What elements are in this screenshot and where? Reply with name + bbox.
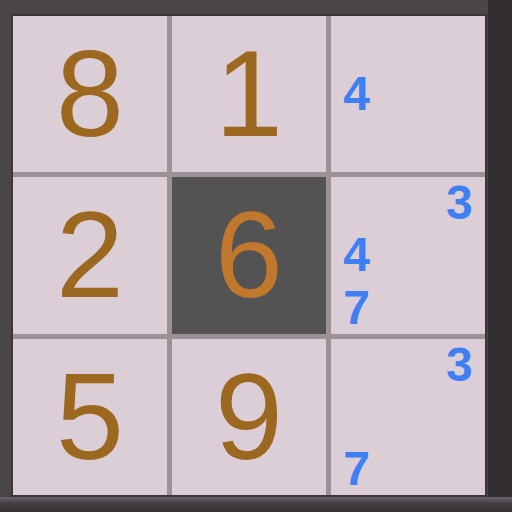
candidate-empty	[331, 16, 382, 68]
candidate-digit: 3	[434, 339, 485, 391]
cell-r2c3[interactable]: 347	[331, 177, 485, 333]
candidate-empty	[434, 120, 485, 172]
candidate-empty	[434, 68, 485, 120]
candidate-digit: 7	[331, 443, 382, 495]
cell-digit: 2	[13, 177, 167, 333]
cell-digit: 8	[13, 16, 167, 172]
candidate-grid: 347	[331, 177, 485, 333]
candidate-empty	[382, 120, 433, 172]
cell-r3c1[interactable]: 5	[13, 339, 167, 495]
candidate-grid: 4	[331, 16, 485, 172]
candidate-empty	[434, 443, 485, 495]
cell-r2c2[interactable]: 6	[172, 177, 326, 333]
candidate-empty	[434, 229, 485, 281]
candidate-empty	[382, 229, 433, 281]
candidate-empty	[434, 391, 485, 443]
candidate-digit: 4	[331, 229, 382, 281]
candidate-empty	[382, 68, 433, 120]
sudoku-grid: 814263475937	[11, 14, 487, 497]
candidate-empty	[434, 16, 485, 68]
candidate-empty	[382, 443, 433, 495]
candidate-digit: 7	[331, 282, 382, 334]
candidate-digit: 4	[331, 68, 382, 120]
cell-r3c2[interactable]: 9	[172, 339, 326, 495]
cell-digit: 9	[172, 339, 326, 495]
cell-r1c3[interactable]: 4	[331, 16, 485, 172]
cell-digit: 5	[13, 339, 167, 495]
cell-r2c1[interactable]: 2	[13, 177, 167, 333]
candidate-empty	[382, 339, 433, 391]
candidate-grid: 37	[331, 339, 485, 495]
cell-digit: 6	[172, 177, 326, 333]
board-border-bottom	[0, 497, 512, 512]
candidate-empty	[331, 177, 382, 229]
candidate-empty	[382, 177, 433, 229]
candidate-empty	[434, 282, 485, 334]
sudoku-board: 814263475937	[0, 0, 512, 512]
cell-r3c3[interactable]: 37	[331, 339, 485, 495]
candidate-empty	[331, 339, 382, 391]
candidate-empty	[382, 391, 433, 443]
candidate-empty	[382, 282, 433, 334]
candidate-empty	[331, 120, 382, 172]
cell-r1c1[interactable]: 8	[13, 16, 167, 172]
candidate-empty	[331, 391, 382, 443]
cell-r1c2[interactable]: 1	[172, 16, 326, 172]
candidate-empty	[382, 16, 433, 68]
cell-digit: 1	[172, 16, 326, 172]
candidate-digit: 3	[434, 177, 485, 229]
board-border-right	[488, 0, 512, 512]
